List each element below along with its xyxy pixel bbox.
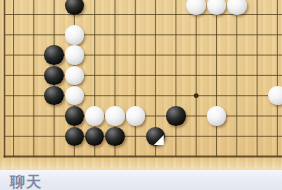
intersection[interactable] (24, 146, 44, 166)
intersection[interactable] (267, 25, 282, 45)
intersection[interactable] (3, 106, 23, 126)
intersection[interactable] (206, 86, 226, 106)
intersection[interactable] (125, 126, 145, 146)
intersection[interactable] (105, 126, 125, 146)
intersection[interactable] (227, 86, 247, 106)
white-stone (65, 86, 85, 106)
intersection[interactable] (247, 25, 267, 45)
intersection[interactable] (64, 146, 84, 166)
intersection[interactable] (145, 86, 165, 106)
intersection[interactable] (186, 4, 206, 24)
intersection[interactable] (64, 25, 84, 45)
intersection[interactable] (64, 45, 84, 65)
intersection[interactable] (267, 45, 282, 65)
intersection[interactable] (186, 45, 206, 65)
stone-grid (3, 4, 282, 166)
white-stone (227, 0, 247, 15)
intersection[interactable] (145, 25, 165, 45)
intersection[interactable] (247, 106, 267, 126)
intersection[interactable] (85, 4, 105, 24)
intersection[interactable] (24, 86, 44, 106)
intersection[interactable] (206, 25, 226, 45)
intersection[interactable] (44, 146, 64, 166)
intersection[interactable] (186, 106, 206, 126)
intersection[interactable] (186, 86, 206, 106)
intersection[interactable] (166, 86, 186, 106)
intersection[interactable] (125, 4, 145, 24)
intersection[interactable] (206, 4, 226, 24)
intersection[interactable] (206, 146, 226, 166)
intersection[interactable] (24, 25, 44, 45)
black-stone (65, 106, 85, 126)
black-stone (85, 127, 105, 147)
intersection[interactable] (227, 45, 247, 65)
chat-tab-label[interactable]: 聊天 (10, 173, 42, 190)
intersection[interactable] (145, 126, 165, 146)
intersection[interactable] (267, 65, 282, 85)
intersection[interactable] (267, 106, 282, 126)
chat-bar[interactable]: 聊天 (0, 169, 282, 190)
intersection[interactable] (145, 4, 165, 24)
intersection[interactable] (24, 126, 44, 146)
intersection[interactable] (186, 25, 206, 45)
intersection[interactable] (247, 126, 267, 146)
intersection[interactable] (247, 146, 267, 166)
white-stone (65, 25, 85, 45)
intersection[interactable] (125, 25, 145, 45)
intersection[interactable] (166, 126, 186, 146)
intersection[interactable] (85, 106, 105, 126)
intersection[interactable] (227, 25, 247, 45)
intersection[interactable] (206, 106, 226, 126)
intersection[interactable] (227, 65, 247, 85)
black-stone (166, 106, 186, 126)
intersection[interactable] (64, 4, 84, 24)
last-move-marker-icon (154, 135, 164, 145)
intersection[interactable] (145, 146, 165, 166)
intersection[interactable] (24, 65, 44, 85)
intersection[interactable] (3, 126, 23, 146)
white-stone (207, 0, 227, 15)
intersection[interactable] (85, 146, 105, 166)
intersection[interactable] (105, 25, 125, 45)
intersection[interactable] (247, 65, 267, 85)
intersection[interactable] (125, 45, 145, 65)
white-stone (207, 106, 227, 126)
intersection[interactable] (44, 25, 64, 45)
intersection[interactable] (125, 86, 145, 106)
intersection[interactable] (64, 126, 84, 146)
intersection[interactable] (166, 65, 186, 85)
intersection[interactable] (206, 126, 226, 146)
white-stone (65, 45, 85, 65)
intersection[interactable] (166, 4, 186, 24)
intersection[interactable] (85, 86, 105, 106)
intersection[interactable] (105, 65, 125, 85)
intersection[interactable] (186, 146, 206, 166)
intersection[interactable] (105, 106, 125, 126)
white-stone (268, 86, 282, 106)
intersection[interactable] (206, 65, 226, 85)
intersection[interactable] (166, 45, 186, 65)
white-stone (126, 106, 146, 126)
intersection[interactable] (44, 126, 64, 146)
intersection[interactable] (85, 45, 105, 65)
intersection[interactable] (24, 106, 44, 126)
intersection[interactable] (247, 86, 267, 106)
intersection[interactable] (227, 4, 247, 24)
intersection[interactable] (3, 146, 23, 166)
black-stone (44, 86, 64, 106)
intersection[interactable] (166, 25, 186, 45)
intersection[interactable] (44, 4, 64, 24)
intersection[interactable] (247, 4, 267, 24)
app-window: 聊天 (0, 0, 282, 190)
intersection[interactable] (166, 146, 186, 166)
go-board[interactable] (0, 0, 282, 169)
intersection[interactable] (145, 65, 165, 85)
intersection[interactable] (64, 65, 84, 85)
intersection[interactable] (166, 106, 186, 126)
intersection[interactable] (125, 106, 145, 126)
intersection[interactable] (3, 25, 23, 45)
white-stone (65, 66, 85, 86)
intersection[interactable] (3, 86, 23, 106)
intersection[interactable] (186, 65, 206, 85)
intersection[interactable] (3, 65, 23, 85)
intersection[interactable] (44, 65, 64, 85)
intersection[interactable] (24, 4, 44, 24)
intersection[interactable] (125, 146, 145, 166)
intersection[interactable] (85, 65, 105, 85)
white-stone (186, 0, 206, 15)
intersection[interactable] (85, 126, 105, 146)
intersection[interactable] (267, 4, 282, 24)
black-stone (105, 127, 125, 147)
intersection[interactable] (64, 86, 84, 106)
intersection[interactable] (85, 25, 105, 45)
black-stone (44, 45, 64, 65)
intersection[interactable] (64, 106, 84, 126)
black-stone (65, 0, 85, 15)
intersection[interactable] (186, 126, 206, 146)
intersection[interactable] (105, 45, 125, 65)
intersection[interactable] (44, 106, 64, 126)
white-stone (105, 106, 125, 126)
intersection[interactable] (105, 146, 125, 166)
intersection[interactable] (145, 106, 165, 126)
intersection[interactable] (44, 86, 64, 106)
black-stone (146, 127, 166, 147)
intersection[interactable] (125, 65, 145, 85)
intersection[interactable] (227, 106, 247, 126)
intersection[interactable] (267, 86, 282, 106)
intersection[interactable] (227, 126, 247, 146)
intersection[interactable] (3, 45, 23, 65)
white-stone (85, 106, 105, 126)
black-stone (65, 127, 85, 147)
intersection[interactable] (267, 126, 282, 146)
intersection[interactable] (44, 45, 64, 65)
intersection[interactable] (105, 4, 125, 24)
intersection[interactable] (267, 146, 282, 166)
black-stone (44, 66, 64, 86)
intersection[interactable] (227, 146, 247, 166)
intersection[interactable] (24, 45, 44, 65)
intersection[interactable] (105, 86, 125, 106)
intersection[interactable] (3, 4, 23, 24)
intersection[interactable] (206, 45, 226, 65)
intersection[interactable] (247, 45, 267, 65)
intersection[interactable] (145, 45, 165, 65)
